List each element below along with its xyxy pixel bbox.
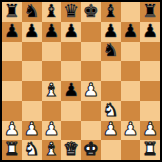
piece-white-pawn[interactable]: ♟ [4, 121, 20, 139]
piece-white-bishop[interactable]: ♝ [43, 81, 59, 99]
square-f7[interactable]: ♟ [101, 22, 121, 42]
piece-black-pawn[interactable]: ♟ [4, 22, 20, 40]
piece-black-knight[interactable]: ♞ [24, 2, 40, 20]
square-c4[interactable]: ♝ [42, 81, 62, 101]
piece-white-rook[interactable]: ♜ [142, 140, 158, 158]
square-c3[interactable] [42, 101, 62, 121]
square-h6[interactable] [140, 42, 160, 62]
square-b5[interactable] [22, 61, 42, 81]
square-f8[interactable]: ♝ [101, 2, 121, 22]
piece-white-queen[interactable]: ♛ [63, 140, 79, 158]
square-f2[interactable]: ♟ [101, 121, 121, 141]
piece-white-knight[interactable]: ♞ [24, 140, 40, 158]
square-f5[interactable] [101, 61, 121, 81]
square-g3[interactable] [121, 101, 141, 121]
square-c5[interactable] [42, 61, 62, 81]
square-g4[interactable] [121, 81, 141, 101]
square-a4[interactable] [2, 81, 22, 101]
square-b4[interactable] [22, 81, 42, 101]
piece-black-pawn[interactable]: ♟ [24, 22, 40, 40]
square-b7[interactable]: ♟ [22, 22, 42, 42]
square-a8[interactable]: ♜ [2, 2, 22, 22]
piece-white-pawn[interactable]: ♟ [83, 81, 99, 99]
piece-black-pawn[interactable]: ♟ [63, 22, 79, 40]
square-a1[interactable]: ♜ [2, 140, 22, 160]
square-d4[interactable]: ♟ [61, 81, 81, 101]
piece-black-king[interactable]: ♚ [83, 2, 99, 20]
square-e8[interactable]: ♚ [81, 2, 101, 22]
square-b1[interactable]: ♞ [22, 140, 42, 160]
square-e3[interactable] [81, 101, 101, 121]
square-e4[interactable]: ♟ [81, 81, 101, 101]
piece-black-rook[interactable]: ♜ [142, 2, 158, 20]
square-c8[interactable]: ♝ [42, 2, 62, 22]
piece-black-pawn[interactable]: ♟ [122, 22, 138, 40]
square-g5[interactable] [121, 61, 141, 81]
square-f4[interactable] [101, 81, 121, 101]
square-e1[interactable]: ♚ [81, 140, 101, 160]
square-d2[interactable] [61, 121, 81, 141]
square-d8[interactable]: ♛ [61, 2, 81, 22]
square-f1[interactable] [101, 140, 121, 160]
piece-white-rook[interactable]: ♜ [4, 140, 20, 158]
piece-black-bishop[interactable]: ♝ [43, 2, 59, 20]
square-h5[interactable] [140, 61, 160, 81]
piece-white-pawn[interactable]: ♟ [122, 121, 138, 139]
square-g8[interactable] [121, 2, 141, 22]
square-e2[interactable] [81, 121, 101, 141]
piece-white-pawn[interactable]: ♟ [103, 121, 119, 139]
piece-black-pawn[interactable]: ♟ [63, 81, 79, 99]
square-g1[interactable] [121, 140, 141, 160]
square-f3[interactable]: ♞ [101, 101, 121, 121]
square-c7[interactable]: ♟ [42, 22, 62, 42]
piece-white-pawn[interactable]: ♟ [43, 121, 59, 139]
piece-black-rook[interactable]: ♜ [4, 2, 20, 20]
square-d7[interactable]: ♟ [61, 22, 81, 42]
piece-black-pawn[interactable]: ♟ [103, 22, 119, 40]
square-a3[interactable] [2, 101, 22, 121]
square-b6[interactable] [22, 42, 42, 62]
piece-white-king[interactable]: ♚ [83, 140, 99, 158]
square-d5[interactable] [61, 61, 81, 81]
square-e7[interactable] [81, 22, 101, 42]
square-g2[interactable]: ♟ [121, 121, 141, 141]
square-f6[interactable]: ♞ [101, 42, 121, 62]
square-d1[interactable]: ♛ [61, 140, 81, 160]
piece-white-knight[interactable]: ♞ [103, 101, 119, 119]
piece-black-queen[interactable]: ♛ [63, 2, 79, 20]
square-b8[interactable]: ♞ [22, 2, 42, 22]
square-d3[interactable] [61, 101, 81, 121]
square-c6[interactable] [42, 42, 62, 62]
square-e5[interactable] [81, 61, 101, 81]
square-b2[interactable]: ♟ [22, 121, 42, 141]
square-h3[interactable] [140, 101, 160, 121]
square-h1[interactable]: ♜ [140, 140, 160, 160]
piece-white-bishop[interactable]: ♝ [43, 140, 59, 158]
chess-board: ♜♞♝♛♚♝♜♟♟♟♟♟♟♟♞♝♟♟♞♟♟♟♟♟♟♜♞♝♛♚♜ [0, 0, 162, 162]
square-b3[interactable] [22, 101, 42, 121]
piece-black-pawn[interactable]: ♟ [142, 22, 158, 40]
square-h8[interactable]: ♜ [140, 2, 160, 22]
square-a7[interactable]: ♟ [2, 22, 22, 42]
square-g7[interactable]: ♟ [121, 22, 141, 42]
square-a2[interactable]: ♟ [2, 121, 22, 141]
piece-white-pawn[interactable]: ♟ [24, 121, 40, 139]
square-a5[interactable] [2, 61, 22, 81]
square-g6[interactable] [121, 42, 141, 62]
piece-black-knight[interactable]: ♞ [103, 42, 119, 60]
piece-white-pawn[interactable]: ♟ [142, 121, 158, 139]
square-e6[interactable] [81, 42, 101, 62]
square-h4[interactable] [140, 81, 160, 101]
square-c2[interactable]: ♟ [42, 121, 62, 141]
piece-black-bishop[interactable]: ♝ [103, 2, 119, 20]
square-h2[interactable]: ♟ [140, 121, 160, 141]
square-h7[interactable]: ♟ [140, 22, 160, 42]
square-a6[interactable] [2, 42, 22, 62]
square-c1[interactable]: ♝ [42, 140, 62, 160]
piece-black-pawn[interactable]: ♟ [43, 22, 59, 40]
square-d6[interactable] [61, 42, 81, 62]
